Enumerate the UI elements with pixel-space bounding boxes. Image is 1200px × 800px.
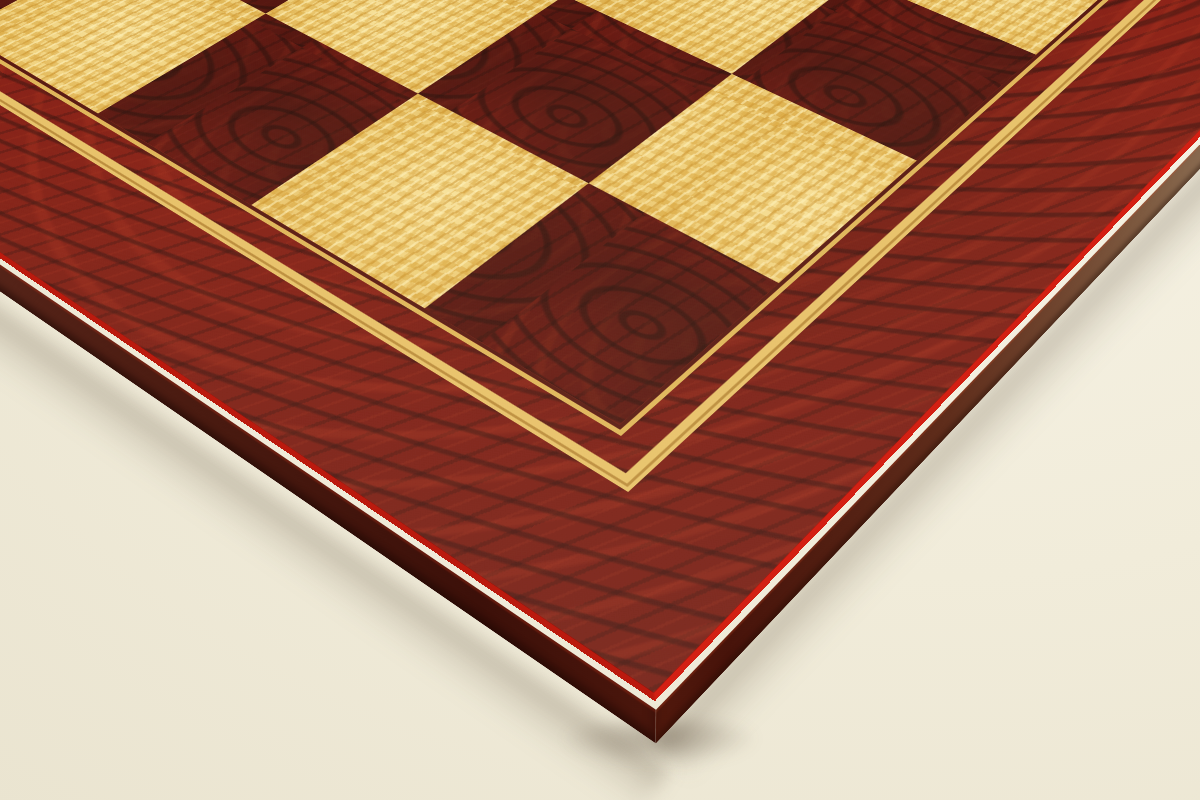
scene xyxy=(0,0,1200,800)
chessboard xyxy=(0,0,1200,701)
photo-backdrop xyxy=(0,0,1200,800)
